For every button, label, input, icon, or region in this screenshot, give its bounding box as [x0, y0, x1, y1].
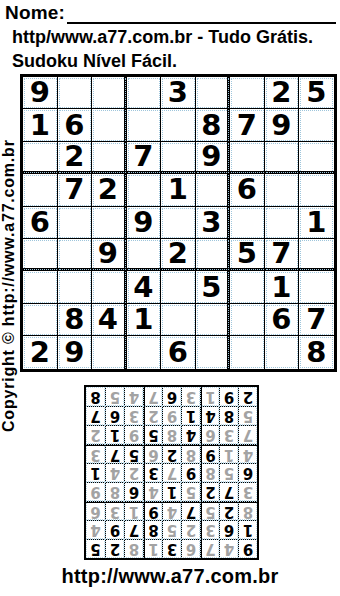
solution-cell-r9c8: 5 [105, 387, 124, 406]
solution-cell-r8c5: 9 [162, 406, 181, 425]
solution-cell-r6c4: 8 [181, 444, 200, 463]
solution-cell-r4c6: 4 [143, 482, 162, 501]
solution-cell-r3c5: 4 [162, 501, 181, 520]
name-fill-line[interactable] [67, 4, 336, 24]
solution-grid: 9476318251632587948257491363725146896589… [84, 385, 259, 560]
solution-cell-r2c5: 5 [162, 520, 181, 539]
solution-cell-r9c4: 3 [181, 387, 200, 406]
solution-cell-r7c5: 8 [162, 425, 181, 444]
cell-r1c4[interactable] [127, 77, 162, 109]
solution-cell-r2c2: 6 [219, 520, 238, 539]
page: Nome: http/www.a77.com.br - Tudo Grátis.… [0, 0, 340, 596]
solution-cell-r4c5: 1 [162, 482, 181, 501]
cell-r2c1: 1 [23, 109, 58, 141]
cell-r6c7: 5 [230, 239, 265, 271]
solution-cell-r1c3: 7 [200, 539, 219, 558]
cell-r8c9: 7 [299, 304, 334, 336]
main-grid: 932516879279721669319257451841672968 [20, 74, 337, 372]
solution-cell-r5c2: 5 [219, 463, 238, 482]
cell-r7c7[interactable] [230, 271, 265, 303]
cell-r3c3[interactable] [92, 142, 127, 174]
cell-r9c7[interactable] [230, 336, 265, 368]
solution-cell-r9c2: 9 [219, 387, 238, 406]
cell-r2c7: 7 [230, 109, 265, 141]
solution-cell-r5c4: 9 [181, 463, 200, 482]
cell-r7c8: 1 [265, 271, 300, 303]
cell-r5c9: 1 [299, 207, 334, 239]
cell-r9c6[interactable] [196, 336, 231, 368]
solution-cell-r2c1: 1 [238, 520, 257, 539]
cell-r1c8: 2 [265, 77, 300, 109]
cell-r9c3[interactable] [92, 336, 127, 368]
solution-cell-r8c2: 8 [219, 406, 238, 425]
solution-cell-r7c8: 1 [105, 425, 124, 444]
cell-r2c3[interactable] [92, 109, 127, 141]
cell-r1c6[interactable] [196, 77, 231, 109]
cell-r4c3: 2 [92, 174, 127, 206]
solution-cell-r3c7: 1 [124, 501, 143, 520]
solution-cell-r6c2: 1 [219, 444, 238, 463]
solution-cell-r2c7: 7 [124, 520, 143, 539]
cell-r1c2[interactable] [58, 77, 93, 109]
solution-cell-r8c1: 5 [238, 406, 257, 425]
cell-r8c1[interactable] [23, 304, 58, 336]
solution-cell-r6c1: 4 [238, 444, 257, 463]
solution-cell-r1c6: 1 [143, 539, 162, 558]
cell-r5c6: 3 [196, 207, 231, 239]
solution-cell-r9c5: 6 [162, 387, 181, 406]
cell-r3c4: 7 [127, 142, 162, 174]
cell-r2c2: 6 [58, 109, 93, 141]
cell-r4c9[interactable] [299, 174, 334, 206]
solution-cell-r8c3: 4 [200, 406, 219, 425]
cell-r9c4[interactable] [127, 336, 162, 368]
cell-r8c4: 1 [127, 304, 162, 336]
solution-cell-r4c9: 9 [86, 482, 105, 501]
solution-cell-r9c3: 1 [200, 387, 219, 406]
cell-r2c6: 8 [196, 109, 231, 141]
solution-cell-r5c8: 4 [105, 463, 124, 482]
solution-cell-r6c5: 2 [162, 444, 181, 463]
solution-cell-r7c7: 9 [124, 425, 143, 444]
cell-r3c5[interactable] [161, 142, 196, 174]
solution-cell-r1c2: 4 [219, 539, 238, 558]
solution-cell-r2c9: 4 [86, 520, 105, 539]
solution-cell-r5c1: 6 [238, 463, 257, 482]
cell-r9c8[interactable] [265, 336, 300, 368]
solution-cell-r7c1: 7 [238, 425, 257, 444]
cell-r9c1: 2 [23, 336, 58, 368]
solution-cell-r9c7: 4 [124, 387, 143, 406]
cell-r8c5[interactable] [161, 304, 196, 336]
cell-r2c8: 9 [265, 109, 300, 141]
solution-cell-r2c3: 3 [200, 520, 219, 539]
solution-cell-r2c6: 8 [143, 520, 162, 539]
cell-r6c3: 9 [92, 239, 127, 271]
solution-cell-r9c1: 2 [238, 387, 257, 406]
cell-r6c2[interactable] [58, 239, 93, 271]
cell-r1c3[interactable] [92, 77, 127, 109]
name-label: Nome: [5, 2, 65, 24]
solution-cell-r1c1: 9 [238, 539, 257, 558]
cell-r9c2: 9 [58, 336, 93, 368]
solution-cell-r3c6: 9 [143, 501, 162, 520]
cell-r5c2[interactable] [58, 207, 93, 239]
cell-r5c8[interactable] [265, 207, 300, 239]
cell-r3c1[interactable] [23, 142, 58, 174]
solution-cell-r6c6: 6 [143, 444, 162, 463]
solution-cell-r7c3: 6 [200, 425, 219, 444]
cell-r2c4[interactable] [127, 109, 162, 141]
name-row: Nome: [5, 2, 336, 24]
cell-r8c3: 4 [92, 304, 127, 336]
solution-cell-r5c7: 2 [124, 463, 143, 482]
solution-cell-r1c9: 5 [86, 539, 105, 558]
solution-cell-r4c7: 6 [124, 482, 143, 501]
solution-cell-r9c6: 7 [143, 387, 162, 406]
solution-cell-r6c9: 3 [86, 444, 105, 463]
cell-r4c4[interactable] [127, 174, 162, 206]
cell-r1c9: 5 [299, 77, 334, 109]
cell-r6c4[interactable] [127, 239, 162, 271]
cell-r7c9[interactable] [299, 271, 334, 303]
cell-r2c5[interactable] [161, 109, 196, 141]
cell-r7c4: 4 [127, 271, 162, 303]
cell-r4c1[interactable] [23, 174, 58, 206]
cell-r3c8[interactable] [265, 142, 300, 174]
cell-r2c9[interactable] [299, 109, 334, 141]
solution-cell-r3c1: 8 [238, 501, 257, 520]
cell-r4c6[interactable] [196, 174, 231, 206]
site-tagline: http/www.a77.com.br - Tudo Grátis. [12, 27, 313, 48]
solution-cell-r1c7: 8 [124, 539, 143, 558]
solution-cell-r3c9: 6 [86, 501, 105, 520]
cell-r7c3[interactable] [92, 271, 127, 303]
cell-r4c8[interactable] [265, 174, 300, 206]
cell-r3c6: 9 [196, 142, 231, 174]
solution-cell-r3c8: 3 [105, 501, 124, 520]
cell-r3c9[interactable] [299, 142, 334, 174]
cell-r3c2: 2 [58, 142, 93, 174]
solution-cell-r1c5: 3 [162, 539, 181, 558]
solution-cell-r6c8: 7 [105, 444, 124, 463]
cell-r5c7[interactable] [230, 207, 265, 239]
cell-r6c5: 2 [161, 239, 196, 271]
copyright-vertical: Copyright © http://www.a77.com.br [0, 139, 18, 432]
solution-cell-r1c4: 6 [181, 539, 200, 558]
solution-cell-r7c2: 3 [219, 425, 238, 444]
cell-r1c1: 9 [23, 77, 58, 109]
cell-r3c7[interactable] [230, 142, 265, 174]
cell-r4c5: 1 [161, 174, 196, 206]
solution-cell-r7c6: 5 [143, 425, 162, 444]
solution-cell-r2c4: 2 [181, 520, 200, 539]
cell-r5c4: 9 [127, 207, 162, 239]
solution-cell-r4c4: 5 [181, 482, 200, 501]
solution-cell-r4c1: 3 [238, 482, 257, 501]
cell-r8c7[interactable] [230, 304, 265, 336]
cell-r6c6[interactable] [196, 239, 231, 271]
cell-r5c3[interactable] [92, 207, 127, 239]
solution-cell-r6c3: 9 [200, 444, 219, 463]
cell-r8c8: 6 [265, 304, 300, 336]
cell-r9c5: 6 [161, 336, 196, 368]
cell-r6c1[interactable] [23, 239, 58, 271]
cell-r7c6: 5 [196, 271, 231, 303]
cell-r9c9: 8 [299, 336, 334, 368]
solution-cell-r5c5: 7 [162, 463, 181, 482]
solution-cell-r8c7: 3 [124, 406, 143, 425]
solution-cell-r9c9: 8 [86, 387, 105, 406]
solution-cell-r5c9: 1 [86, 463, 105, 482]
cell-r5c5[interactable] [161, 207, 196, 239]
solution-cell-r4c3: 2 [200, 482, 219, 501]
cell-r5c1: 6 [23, 207, 58, 239]
cell-r8c2: 8 [58, 304, 93, 336]
cell-r8c6[interactable] [196, 304, 231, 336]
cell-r7c5[interactable] [161, 271, 196, 303]
cell-r1c5: 3 [161, 77, 196, 109]
cell-r7c2[interactable] [58, 271, 93, 303]
solution-cell-r2c8: 9 [105, 520, 124, 539]
solution-cell-r5c6: 3 [143, 463, 162, 482]
solution-cell-r8c4: 1 [181, 406, 200, 425]
solution-cell-r6c7: 5 [124, 444, 143, 463]
solution-cell-r3c3: 5 [200, 501, 219, 520]
solution-cell-r8c9: 7 [86, 406, 105, 425]
solution-cell-r8c8: 6 [105, 406, 124, 425]
cell-r6c8: 7 [265, 239, 300, 271]
solution-cell-r4c2: 7 [219, 482, 238, 501]
solution-cell-r3c4: 7 [181, 501, 200, 520]
cell-r4c2: 7 [58, 174, 93, 206]
solution-cell-r7c4: 4 [181, 425, 200, 444]
cell-r6c9[interactable] [299, 239, 334, 271]
solution-cell-r4c8: 8 [105, 482, 124, 501]
solution-cell-r3c2: 2 [219, 501, 238, 520]
cell-r7c1[interactable] [23, 271, 58, 303]
solution-cell-r5c3: 8 [200, 463, 219, 482]
cell-r1c7[interactable] [230, 77, 265, 109]
puzzle-level-title: Sudoku Nível Fácil. [12, 51, 177, 72]
solution-cell-r7c9: 2 [86, 425, 105, 444]
footer-url: http://www.a77.com.br [0, 565, 340, 588]
solution-cell-r1c8: 2 [105, 539, 124, 558]
cell-r4c7: 6 [230, 174, 265, 206]
solution-cell-r8c6: 2 [143, 406, 162, 425]
